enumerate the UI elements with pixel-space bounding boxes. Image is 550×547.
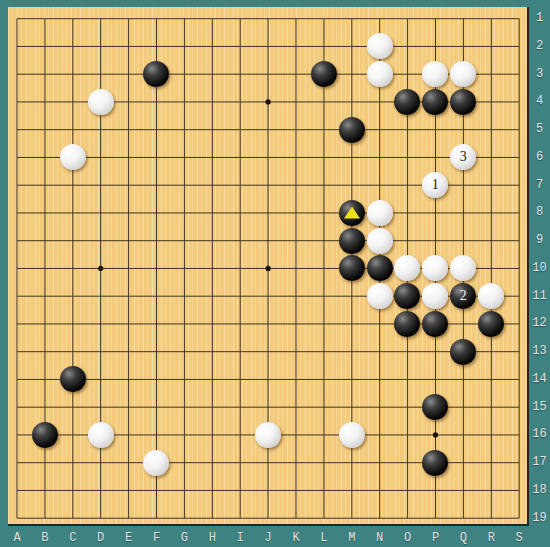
stone-white-Q3 [450,61,476,87]
stone-black-M9 [339,228,365,254]
stone-white-J16 [255,422,281,448]
column-label-C: C [64,531,82,546]
row-label-2: 2 [529,39,550,54]
row-label-19: 19 [529,511,550,526]
stone-black-Q4 [450,89,476,115]
stone-white-C6 [60,144,86,170]
column-label-I: I [231,531,249,546]
stone-white-M16 [339,422,365,448]
row-label-12: 12 [529,316,550,331]
row-label-18: 18 [529,483,550,498]
column-label-E: E [120,531,138,546]
stone-black-O12 [394,311,420,337]
stone-white-D4 [88,89,114,115]
stone-white-P11 [422,283,448,309]
stone-white-P3 [422,61,448,87]
move-number: 2 [450,283,476,309]
stone-white-N9 [367,228,393,254]
stone-black-F3 [143,61,169,87]
row-label-13: 13 [529,344,550,359]
row-label-3: 3 [529,67,550,82]
column-label-F: F [148,531,166,546]
column-label-O: O [399,531,417,546]
row-label-17: 17 [529,455,550,470]
stone-white-F17 [143,450,169,476]
stone-black-Q13 [450,339,476,365]
row-label-14: 14 [529,372,550,387]
stone-black-B16 [32,422,58,448]
row-label-15: 15 [529,400,550,415]
stone-white-N3 [367,61,393,87]
column-label-R: R [482,531,500,546]
row-label-9: 9 [529,233,550,248]
stone-grid: 231 [3,5,533,532]
stone-black-M5 [339,117,365,143]
stone-white-R11 [478,283,504,309]
stone-black-P12 [422,311,448,337]
stone-black-L3 [311,61,337,87]
row-label-6: 6 [529,150,550,165]
row-label-8: 8 [529,205,550,220]
column-label-L: L [315,531,333,546]
column-label-K: K [287,531,305,546]
stone-black-M10 [339,255,365,281]
stone-black-N10 [367,255,393,281]
row-label-16: 16 [529,427,550,442]
stone-black-O11 [394,283,420,309]
stone-white-N11 [367,283,393,309]
move-number: 3 [450,144,476,170]
stone-black-C14 [60,366,86,392]
stone-black-R12 [478,311,504,337]
stone-white-N2 [367,33,393,59]
column-label-N: N [371,531,389,546]
stone-black-O4 [394,89,420,115]
row-label-10: 10 [529,261,550,276]
row-label-5: 5 [529,122,550,137]
column-label-B: B [36,531,54,546]
move-number: 1 [422,172,448,198]
column-label-H: H [203,531,221,546]
stone-white-D16 [88,422,114,448]
stone-white-P10 [422,255,448,281]
stone-white-N8 [367,200,393,226]
column-label-P: P [427,531,445,546]
column-label-Q: Q [454,531,472,546]
stone-black-P4 [422,89,448,115]
stone-white-Q6: 3 [450,144,476,170]
stone-black-P15 [422,394,448,420]
triangle-marker-icon [344,206,360,218]
row-label-7: 7 [529,178,550,193]
stone-white-Q10 [450,255,476,281]
goban[interactable]: 231 [8,7,529,526]
column-label-A: A [8,531,26,546]
row-label-11: 11 [529,289,550,304]
stone-black-P17 [422,450,448,476]
row-label-1: 1 [529,11,550,26]
row-label-4: 4 [529,94,550,109]
column-label-D: D [92,531,110,546]
stone-black-Q11: 2 [450,283,476,309]
go-board-diagram: 231 ABCDEFGHIJKLMNOPQRS 1234567891011121… [0,0,550,547]
column-label-G: G [175,531,193,546]
column-label-S: S [510,531,528,546]
stone-white-O10 [394,255,420,281]
stone-white-P7: 1 [422,172,448,198]
column-label-M: M [343,531,361,546]
stone-black-M8 [339,200,365,226]
column-label-J: J [259,531,277,546]
